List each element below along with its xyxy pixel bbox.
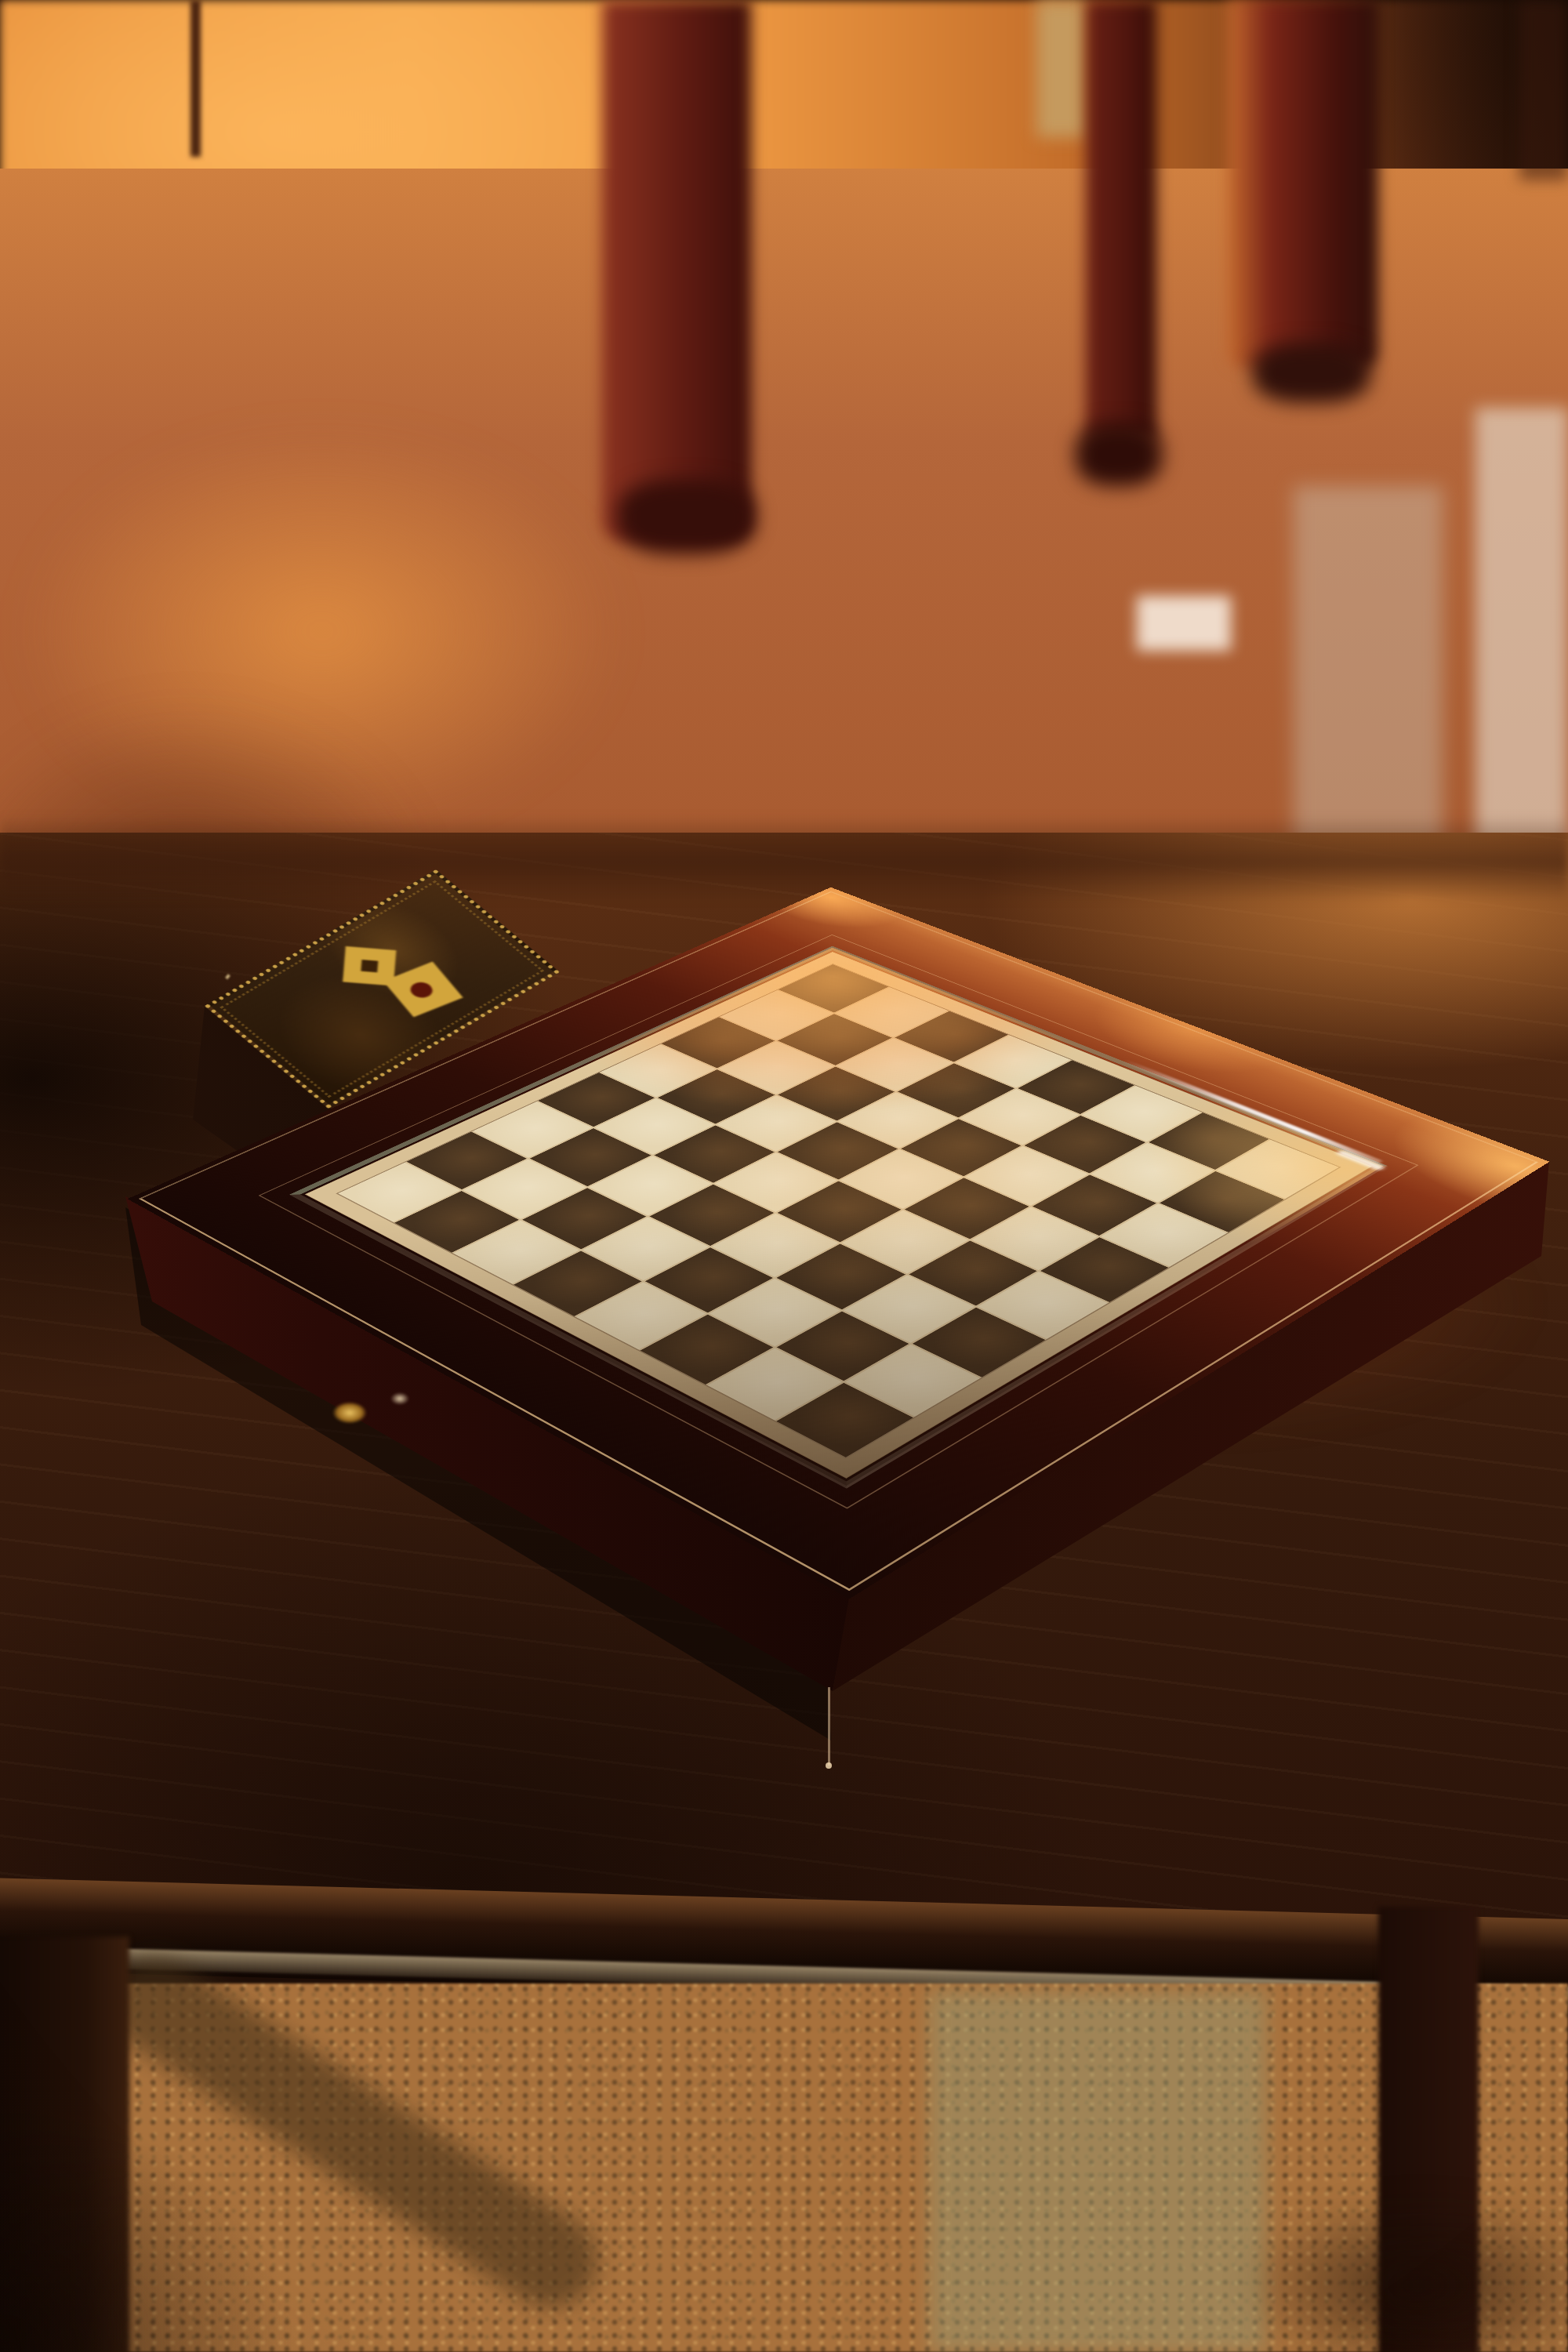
table-leg-right-foot	[1253, 343, 1370, 403]
inlay-circle-core	[407, 980, 437, 1001]
table-leg-far-right	[1519, 0, 1568, 180]
floor-glint	[1137, 596, 1231, 651]
table-leg-center-foot	[1076, 423, 1162, 486]
carpet-corner-shadow	[1239, 2195, 1568, 2352]
table-leg-center	[1086, 0, 1156, 439]
table-leg-left	[602, 0, 751, 541]
brass-clasp-icon	[332, 1402, 367, 1424]
carpet-green-band	[929, 1991, 1266, 2352]
floor-table-boundary	[0, 815, 1568, 902]
background-wood-strip	[1036, 0, 1087, 137]
table-leg-right	[1228, 0, 1378, 368]
thread-bead	[826, 1762, 832, 1769]
inlay-diamond-core	[361, 960, 378, 972]
table-leg-front-left	[0, 1936, 129, 2352]
table-leg-left-foot	[618, 480, 755, 554]
brass-hinge-glint	[390, 1392, 409, 1405]
background-edge-line	[191, 0, 201, 157]
hanging-thread	[828, 1687, 830, 1766]
scene	[0, 0, 1568, 2352]
